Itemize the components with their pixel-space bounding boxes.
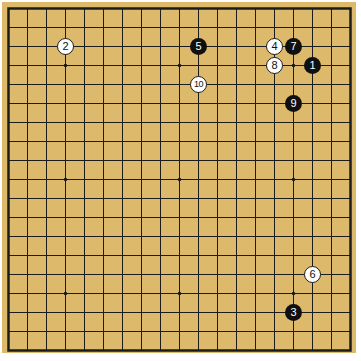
intersection[interactable] bbox=[94, 18, 113, 37]
intersection[interactable] bbox=[189, 170, 208, 189]
intersection[interactable] bbox=[37, 322, 56, 341]
intersection[interactable] bbox=[0, 18, 18, 37]
intersection[interactable] bbox=[303, 322, 322, 341]
intersection[interactable] bbox=[208, 246, 227, 265]
intersection[interactable] bbox=[94, 132, 113, 151]
intersection[interactable] bbox=[208, 322, 227, 341]
intersection[interactable] bbox=[151, 56, 170, 75]
intersection[interactable] bbox=[0, 284, 18, 303]
intersection[interactable] bbox=[303, 170, 322, 189]
intersection[interactable] bbox=[56, 322, 75, 341]
intersection[interactable] bbox=[303, 113, 322, 132]
intersection[interactable] bbox=[341, 37, 360, 56]
intersection[interactable] bbox=[208, 75, 227, 94]
intersection[interactable] bbox=[170, 208, 189, 227]
intersection[interactable] bbox=[113, 284, 132, 303]
intersection[interactable] bbox=[75, 322, 94, 341]
intersection[interactable] bbox=[208, 341, 227, 360]
intersection[interactable] bbox=[322, 189, 341, 208]
intersection[interactable] bbox=[94, 303, 113, 322]
intersection[interactable] bbox=[170, 246, 189, 265]
intersection[interactable] bbox=[170, 227, 189, 246]
intersection[interactable] bbox=[18, 322, 37, 341]
intersection[interactable] bbox=[170, 303, 189, 322]
intersection[interactable] bbox=[151, 132, 170, 151]
intersection[interactable] bbox=[113, 208, 132, 227]
intersection[interactable] bbox=[132, 113, 151, 132]
intersection[interactable] bbox=[341, 18, 360, 37]
intersection[interactable] bbox=[208, 56, 227, 75]
intersection[interactable] bbox=[18, 341, 37, 360]
intersection[interactable] bbox=[75, 18, 94, 37]
intersection[interactable] bbox=[227, 208, 246, 227]
intersection[interactable] bbox=[170, 113, 189, 132]
intersection[interactable] bbox=[303, 227, 322, 246]
intersection[interactable] bbox=[0, 132, 18, 151]
intersection[interactable] bbox=[132, 170, 151, 189]
intersection[interactable] bbox=[170, 132, 189, 151]
intersection[interactable] bbox=[322, 208, 341, 227]
intersection[interactable] bbox=[189, 0, 208, 18]
intersection[interactable] bbox=[284, 0, 303, 18]
intersection[interactable] bbox=[170, 189, 189, 208]
intersection[interactable] bbox=[341, 113, 360, 132]
intersection[interactable] bbox=[227, 75, 246, 94]
intersection[interactable] bbox=[189, 227, 208, 246]
intersection[interactable] bbox=[303, 0, 322, 18]
intersection[interactable] bbox=[151, 189, 170, 208]
intersection[interactable] bbox=[227, 132, 246, 151]
intersection[interactable] bbox=[94, 170, 113, 189]
intersection[interactable] bbox=[132, 303, 151, 322]
intersection[interactable] bbox=[265, 265, 284, 284]
intersection[interactable] bbox=[37, 18, 56, 37]
intersection[interactable] bbox=[246, 341, 265, 360]
intersection[interactable] bbox=[94, 113, 113, 132]
intersection[interactable] bbox=[227, 284, 246, 303]
intersection[interactable] bbox=[37, 246, 56, 265]
intersection[interactable] bbox=[227, 322, 246, 341]
intersection[interactable] bbox=[113, 37, 132, 56]
intersection[interactable] bbox=[208, 227, 227, 246]
intersection[interactable] bbox=[113, 227, 132, 246]
intersection[interactable] bbox=[208, 0, 227, 18]
intersection[interactable] bbox=[227, 189, 246, 208]
intersection[interactable] bbox=[113, 18, 132, 37]
intersection[interactable] bbox=[246, 170, 265, 189]
intersection[interactable] bbox=[37, 265, 56, 284]
intersection[interactable] bbox=[18, 113, 37, 132]
intersection[interactable] bbox=[341, 151, 360, 170]
intersection[interactable] bbox=[322, 151, 341, 170]
intersection[interactable] bbox=[303, 208, 322, 227]
intersection[interactable] bbox=[132, 208, 151, 227]
intersection[interactable] bbox=[18, 170, 37, 189]
intersection[interactable] bbox=[0, 170, 18, 189]
intersection[interactable] bbox=[37, 113, 56, 132]
intersection[interactable] bbox=[303, 75, 322, 94]
intersection[interactable] bbox=[284, 151, 303, 170]
intersection[interactable] bbox=[113, 151, 132, 170]
intersection[interactable] bbox=[18, 37, 37, 56]
intersection[interactable] bbox=[75, 189, 94, 208]
intersection[interactable] bbox=[94, 94, 113, 113]
intersection[interactable] bbox=[303, 341, 322, 360]
intersection[interactable] bbox=[132, 322, 151, 341]
intersection[interactable] bbox=[132, 18, 151, 37]
intersection[interactable] bbox=[208, 18, 227, 37]
intersection[interactable] bbox=[37, 284, 56, 303]
intersection[interactable] bbox=[322, 75, 341, 94]
intersection[interactable] bbox=[56, 246, 75, 265]
intersection[interactable] bbox=[56, 132, 75, 151]
intersection[interactable] bbox=[113, 322, 132, 341]
intersection[interactable] bbox=[75, 151, 94, 170]
intersection[interactable] bbox=[284, 208, 303, 227]
intersection[interactable] bbox=[18, 151, 37, 170]
intersection[interactable] bbox=[246, 132, 265, 151]
intersection[interactable] bbox=[151, 284, 170, 303]
intersection[interactable] bbox=[18, 303, 37, 322]
intersection[interactable]: 2 bbox=[56, 37, 75, 56]
intersection[interactable] bbox=[303, 284, 322, 303]
intersection[interactable] bbox=[265, 94, 284, 113]
intersection[interactable] bbox=[208, 303, 227, 322]
intersection[interactable] bbox=[246, 227, 265, 246]
intersection[interactable] bbox=[322, 227, 341, 246]
intersection[interactable] bbox=[0, 56, 18, 75]
intersection[interactable] bbox=[170, 18, 189, 37]
intersection[interactable] bbox=[151, 94, 170, 113]
intersection[interactable] bbox=[37, 341, 56, 360]
intersection[interactable] bbox=[56, 303, 75, 322]
intersection[interactable] bbox=[0, 151, 18, 170]
intersection[interactable] bbox=[208, 265, 227, 284]
intersection[interactable] bbox=[246, 246, 265, 265]
intersection[interactable] bbox=[341, 284, 360, 303]
intersection[interactable] bbox=[18, 246, 37, 265]
intersection[interactable] bbox=[56, 189, 75, 208]
intersection[interactable]: 7 bbox=[284, 37, 303, 56]
intersection[interactable] bbox=[341, 208, 360, 227]
intersection[interactable] bbox=[189, 94, 208, 113]
intersection[interactable] bbox=[94, 284, 113, 303]
intersection[interactable] bbox=[18, 284, 37, 303]
intersection[interactable] bbox=[56, 284, 75, 303]
intersection[interactable] bbox=[37, 170, 56, 189]
intersection[interactable] bbox=[246, 113, 265, 132]
intersection[interactable] bbox=[113, 170, 132, 189]
intersection[interactable] bbox=[113, 75, 132, 94]
intersection[interactable] bbox=[132, 151, 151, 170]
intersection[interactable]: 8 bbox=[265, 56, 284, 75]
intersection[interactable] bbox=[0, 113, 18, 132]
intersection[interactable] bbox=[227, 113, 246, 132]
intersection[interactable] bbox=[75, 170, 94, 189]
intersection[interactable] bbox=[341, 341, 360, 360]
intersection[interactable] bbox=[322, 132, 341, 151]
intersection[interactable] bbox=[341, 189, 360, 208]
intersection[interactable] bbox=[246, 75, 265, 94]
intersection[interactable] bbox=[56, 56, 75, 75]
intersection[interactable] bbox=[341, 56, 360, 75]
intersection[interactable] bbox=[265, 0, 284, 18]
intersection[interactable] bbox=[227, 18, 246, 37]
intersection[interactable] bbox=[322, 94, 341, 113]
intersection[interactable] bbox=[37, 227, 56, 246]
intersection[interactable] bbox=[189, 208, 208, 227]
intersection[interactable] bbox=[189, 341, 208, 360]
intersection[interactable] bbox=[246, 94, 265, 113]
intersection[interactable] bbox=[132, 284, 151, 303]
intersection[interactable] bbox=[75, 132, 94, 151]
intersection[interactable] bbox=[208, 132, 227, 151]
intersection[interactable] bbox=[208, 151, 227, 170]
intersection[interactable] bbox=[189, 151, 208, 170]
intersection[interactable] bbox=[170, 75, 189, 94]
intersection[interactable] bbox=[0, 303, 18, 322]
intersection[interactable] bbox=[303, 132, 322, 151]
intersection[interactable]: 1 bbox=[303, 56, 322, 75]
intersection[interactable] bbox=[303, 151, 322, 170]
intersection[interactable] bbox=[75, 113, 94, 132]
intersection[interactable] bbox=[132, 246, 151, 265]
intersection[interactable] bbox=[170, 341, 189, 360]
intersection[interactable] bbox=[189, 18, 208, 37]
intersection[interactable] bbox=[322, 322, 341, 341]
intersection[interactable] bbox=[208, 189, 227, 208]
intersection[interactable] bbox=[170, 0, 189, 18]
intersection[interactable] bbox=[0, 322, 18, 341]
intersection[interactable] bbox=[189, 284, 208, 303]
intersection[interactable] bbox=[18, 75, 37, 94]
intersection[interactable] bbox=[227, 303, 246, 322]
intersection[interactable] bbox=[151, 322, 170, 341]
intersection[interactable] bbox=[113, 132, 132, 151]
intersection[interactable] bbox=[113, 303, 132, 322]
intersection[interactable] bbox=[18, 132, 37, 151]
intersection[interactable] bbox=[56, 151, 75, 170]
intersection[interactable] bbox=[170, 284, 189, 303]
intersection[interactable] bbox=[189, 56, 208, 75]
intersection[interactable] bbox=[227, 94, 246, 113]
intersection[interactable] bbox=[322, 18, 341, 37]
intersection[interactable] bbox=[246, 208, 265, 227]
intersection[interactable] bbox=[132, 265, 151, 284]
intersection[interactable] bbox=[170, 170, 189, 189]
intersection[interactable] bbox=[151, 208, 170, 227]
intersection[interactable] bbox=[322, 246, 341, 265]
intersection[interactable] bbox=[56, 0, 75, 18]
intersection[interactable] bbox=[170, 37, 189, 56]
intersection[interactable] bbox=[170, 94, 189, 113]
intersection[interactable] bbox=[170, 151, 189, 170]
intersection[interactable] bbox=[0, 341, 18, 360]
intersection[interactable] bbox=[75, 265, 94, 284]
intersection[interactable] bbox=[18, 0, 37, 18]
intersection[interactable] bbox=[208, 208, 227, 227]
intersection[interactable] bbox=[56, 208, 75, 227]
intersection[interactable] bbox=[341, 303, 360, 322]
intersection[interactable] bbox=[56, 265, 75, 284]
intersection[interactable] bbox=[227, 265, 246, 284]
intersection[interactable] bbox=[208, 284, 227, 303]
intersection[interactable] bbox=[284, 132, 303, 151]
intersection[interactable] bbox=[113, 0, 132, 18]
intersection[interactable] bbox=[0, 208, 18, 227]
intersection[interactable] bbox=[284, 341, 303, 360]
intersection[interactable] bbox=[132, 341, 151, 360]
intersection[interactable] bbox=[94, 151, 113, 170]
intersection[interactable] bbox=[75, 341, 94, 360]
intersection[interactable] bbox=[227, 246, 246, 265]
intersection[interactable] bbox=[227, 0, 246, 18]
intersection[interactable] bbox=[151, 170, 170, 189]
intersection[interactable] bbox=[132, 227, 151, 246]
intersection[interactable] bbox=[341, 227, 360, 246]
intersection[interactable] bbox=[0, 0, 18, 18]
intersection[interactable]: 10 bbox=[189, 75, 208, 94]
intersection[interactable] bbox=[18, 189, 37, 208]
intersection[interactable] bbox=[113, 189, 132, 208]
intersection[interactable] bbox=[227, 37, 246, 56]
intersection[interactable] bbox=[265, 18, 284, 37]
intersection[interactable] bbox=[75, 56, 94, 75]
intersection[interactable] bbox=[113, 265, 132, 284]
intersection[interactable] bbox=[132, 37, 151, 56]
intersection[interactable] bbox=[56, 18, 75, 37]
intersection[interactable] bbox=[284, 18, 303, 37]
intersection[interactable] bbox=[303, 18, 322, 37]
intersection[interactable] bbox=[37, 132, 56, 151]
intersection[interactable] bbox=[265, 132, 284, 151]
intersection[interactable] bbox=[113, 56, 132, 75]
intersection[interactable] bbox=[75, 208, 94, 227]
intersection[interactable] bbox=[132, 94, 151, 113]
intersection[interactable] bbox=[37, 56, 56, 75]
intersection[interactable] bbox=[132, 189, 151, 208]
intersection[interactable] bbox=[303, 246, 322, 265]
intersection[interactable] bbox=[322, 303, 341, 322]
intersection[interactable] bbox=[208, 94, 227, 113]
intersection[interactable] bbox=[341, 322, 360, 341]
intersection[interactable] bbox=[284, 322, 303, 341]
intersection[interactable] bbox=[18, 18, 37, 37]
intersection[interactable] bbox=[0, 265, 18, 284]
intersection[interactable] bbox=[94, 246, 113, 265]
intersection[interactable] bbox=[246, 303, 265, 322]
intersection[interactable] bbox=[37, 0, 56, 18]
intersection[interactable] bbox=[56, 227, 75, 246]
intersection[interactable] bbox=[170, 265, 189, 284]
intersection[interactable] bbox=[75, 75, 94, 94]
intersection[interactable] bbox=[75, 284, 94, 303]
intersection[interactable] bbox=[322, 0, 341, 18]
intersection[interactable] bbox=[94, 37, 113, 56]
intersection[interactable] bbox=[265, 341, 284, 360]
intersection[interactable] bbox=[322, 341, 341, 360]
intersection[interactable] bbox=[0, 227, 18, 246]
intersection[interactable] bbox=[246, 56, 265, 75]
intersection[interactable]: 9 bbox=[284, 94, 303, 113]
intersection[interactable] bbox=[37, 75, 56, 94]
intersection[interactable] bbox=[37, 208, 56, 227]
intersection[interactable] bbox=[246, 265, 265, 284]
intersection[interactable] bbox=[56, 341, 75, 360]
intersection[interactable] bbox=[341, 265, 360, 284]
intersection[interactable] bbox=[284, 56, 303, 75]
intersection[interactable] bbox=[151, 37, 170, 56]
intersection[interactable] bbox=[284, 284, 303, 303]
intersection[interactable] bbox=[151, 246, 170, 265]
intersection[interactable] bbox=[75, 0, 94, 18]
intersection[interactable] bbox=[341, 75, 360, 94]
intersection[interactable] bbox=[113, 341, 132, 360]
intersection[interactable] bbox=[265, 75, 284, 94]
intersection[interactable] bbox=[132, 75, 151, 94]
intersection[interactable] bbox=[94, 208, 113, 227]
intersection[interactable] bbox=[189, 303, 208, 322]
intersection[interactable] bbox=[246, 284, 265, 303]
intersection[interactable]: 3 bbox=[284, 303, 303, 322]
intersection[interactable] bbox=[37, 189, 56, 208]
intersection[interactable] bbox=[303, 303, 322, 322]
intersection[interactable] bbox=[265, 227, 284, 246]
intersection[interactable] bbox=[284, 170, 303, 189]
intersection[interactable] bbox=[18, 56, 37, 75]
intersection[interactable] bbox=[189, 265, 208, 284]
intersection[interactable] bbox=[265, 303, 284, 322]
intersection[interactable] bbox=[0, 94, 18, 113]
intersection[interactable] bbox=[246, 189, 265, 208]
intersection[interactable] bbox=[208, 37, 227, 56]
intersection[interactable] bbox=[94, 227, 113, 246]
intersection[interactable] bbox=[132, 56, 151, 75]
intersection[interactable] bbox=[113, 94, 132, 113]
intersection[interactable] bbox=[170, 322, 189, 341]
intersection[interactable] bbox=[113, 246, 132, 265]
intersection[interactable] bbox=[341, 132, 360, 151]
intersection[interactable] bbox=[113, 113, 132, 132]
intersection[interactable] bbox=[0, 37, 18, 56]
intersection[interactable] bbox=[322, 265, 341, 284]
intersection[interactable] bbox=[94, 75, 113, 94]
intersection[interactable] bbox=[265, 322, 284, 341]
intersection[interactable]: 4 bbox=[265, 37, 284, 56]
intersection[interactable] bbox=[284, 227, 303, 246]
intersection[interactable] bbox=[227, 151, 246, 170]
intersection[interactable] bbox=[322, 37, 341, 56]
intersection[interactable] bbox=[265, 189, 284, 208]
intersection[interactable] bbox=[56, 94, 75, 113]
intersection[interactable] bbox=[341, 94, 360, 113]
intersection[interactable] bbox=[227, 56, 246, 75]
intersection[interactable] bbox=[284, 113, 303, 132]
intersection[interactable] bbox=[208, 113, 227, 132]
intersection[interactable] bbox=[0, 246, 18, 265]
intersection[interactable] bbox=[132, 0, 151, 18]
intersection[interactable] bbox=[227, 341, 246, 360]
intersection[interactable] bbox=[322, 56, 341, 75]
intersection[interactable] bbox=[265, 113, 284, 132]
intersection[interactable] bbox=[37, 303, 56, 322]
intersection[interactable] bbox=[18, 94, 37, 113]
intersection[interactable] bbox=[303, 189, 322, 208]
intersection[interactable] bbox=[303, 94, 322, 113]
intersection[interactable] bbox=[189, 322, 208, 341]
intersection[interactable] bbox=[151, 341, 170, 360]
intersection[interactable] bbox=[94, 322, 113, 341]
